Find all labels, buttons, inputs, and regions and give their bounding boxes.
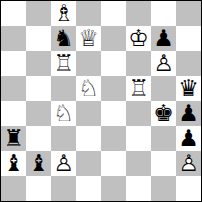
square-d3[interactable] <box>76 126 101 151</box>
square-c4[interactable]: ♞♘ <box>51 101 76 126</box>
square-h5[interactable]: ♛ <box>176 76 201 101</box>
piece-white-pawn: ♟♙ <box>51 151 76 176</box>
square-d6[interactable] <box>76 51 101 76</box>
square-c6[interactable]: ♜♖ <box>51 51 76 76</box>
square-h8[interactable] <box>176 1 201 26</box>
square-f2[interactable] <box>126 151 151 176</box>
square-g7[interactable]: ♟ <box>151 26 176 51</box>
square-d4[interactable] <box>76 101 101 126</box>
chess-diagram: ♝♗♞♛♕♚♔♟♜♖♟♙♞♘♜♖♛♞♘♚♟♜♟♝♝♟♙♟♙ <box>0 0 202 202</box>
square-g5[interactable] <box>151 76 176 101</box>
square-g4[interactable]: ♚ <box>151 101 176 126</box>
square-f3[interactable] <box>126 126 151 151</box>
square-c3[interactable] <box>51 126 76 151</box>
piece-white-rook: ♜♖ <box>51 51 76 76</box>
piece-white-knight: ♞♘ <box>51 101 76 126</box>
piece-black-pawn: ♟ <box>151 26 176 51</box>
piece-black-pawn: ♟ <box>176 101 201 126</box>
square-d8[interactable] <box>76 1 101 26</box>
square-e3[interactable] <box>101 126 126 151</box>
square-a1[interactable] <box>1 176 26 201</box>
square-b6[interactable] <box>26 51 51 76</box>
piece-white-queen: ♛♕ <box>76 26 101 51</box>
square-g1[interactable] <box>151 176 176 201</box>
square-f6[interactable] <box>126 51 151 76</box>
square-d2[interactable] <box>76 151 101 176</box>
square-h4[interactable]: ♟ <box>176 101 201 126</box>
square-b5[interactable] <box>26 76 51 101</box>
square-b2[interactable]: ♝ <box>26 151 51 176</box>
square-a6[interactable] <box>1 51 26 76</box>
square-d1[interactable] <box>76 176 101 201</box>
piece-white-king: ♚♔ <box>126 26 151 51</box>
piece-black-rook: ♜ <box>1 126 26 151</box>
square-b3[interactable] <box>26 126 51 151</box>
square-f8[interactable] <box>126 1 151 26</box>
square-h1[interactable] <box>176 176 201 201</box>
square-c1[interactable] <box>51 176 76 201</box>
square-e8[interactable] <box>101 1 126 26</box>
piece-black-bishop: ♝ <box>1 151 26 176</box>
square-f4[interactable] <box>126 101 151 126</box>
chess-board: ♝♗♞♛♕♚♔♟♜♖♟♙♞♘♜♖♛♞♘♚♟♜♟♝♝♟♙♟♙ <box>1 1 201 201</box>
square-d7[interactable]: ♛♕ <box>76 26 101 51</box>
square-a3[interactable]: ♜ <box>1 126 26 151</box>
square-f7[interactable]: ♚♔ <box>126 26 151 51</box>
square-a7[interactable] <box>1 26 26 51</box>
piece-black-queen: ♛ <box>176 76 201 101</box>
square-g8[interactable] <box>151 1 176 26</box>
square-h3[interactable]: ♟ <box>176 126 201 151</box>
square-a4[interactable] <box>1 101 26 126</box>
square-f1[interactable] <box>126 176 151 201</box>
square-g2[interactable] <box>151 151 176 176</box>
piece-black-pawn: ♟ <box>176 126 201 151</box>
square-c7[interactable]: ♞ <box>51 26 76 51</box>
piece-white-rook: ♜♖ <box>126 76 151 101</box>
square-c8[interactable]: ♝♗ <box>51 1 76 26</box>
square-a2[interactable]: ♝ <box>1 151 26 176</box>
square-b4[interactable] <box>26 101 51 126</box>
square-a5[interactable] <box>1 76 26 101</box>
piece-white-bishop: ♝♗ <box>51 1 76 26</box>
square-e6[interactable] <box>101 51 126 76</box>
piece-white-pawn: ♟♙ <box>176 151 201 176</box>
square-e1[interactable] <box>101 176 126 201</box>
piece-black-king: ♚ <box>151 101 176 126</box>
piece-black-bishop: ♝ <box>26 151 51 176</box>
piece-black-knight: ♞ <box>51 26 76 51</box>
square-e5[interactable] <box>101 76 126 101</box>
square-b1[interactable] <box>26 176 51 201</box>
square-h7[interactable] <box>176 26 201 51</box>
piece-white-knight: ♞♘ <box>76 76 101 101</box>
square-b8[interactable] <box>26 1 51 26</box>
square-a8[interactable] <box>1 1 26 26</box>
square-e2[interactable] <box>101 151 126 176</box>
square-e4[interactable] <box>101 101 126 126</box>
square-h2[interactable]: ♟♙ <box>176 151 201 176</box>
square-d5[interactable]: ♞♘ <box>76 76 101 101</box>
square-e7[interactable] <box>101 26 126 51</box>
square-g6[interactable]: ♟♙ <box>151 51 176 76</box>
square-g3[interactable] <box>151 126 176 151</box>
square-b7[interactable] <box>26 26 51 51</box>
square-h6[interactable] <box>176 51 201 76</box>
piece-white-pawn: ♟♙ <box>151 51 176 76</box>
square-f5[interactable]: ♜♖ <box>126 76 151 101</box>
square-c2[interactable]: ♟♙ <box>51 151 76 176</box>
square-c5[interactable] <box>51 76 76 101</box>
